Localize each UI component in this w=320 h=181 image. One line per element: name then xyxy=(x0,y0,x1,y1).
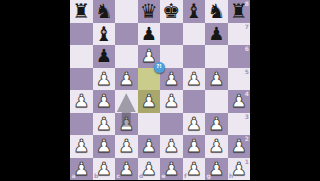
square-b4[interactable]: ♟ xyxy=(93,90,116,113)
black-pawn[interactable]: ♟ xyxy=(96,47,112,65)
square-f7[interactable] xyxy=(183,23,206,46)
square-c4[interactable] xyxy=(115,90,138,113)
black-pawn[interactable]: ♟ xyxy=(208,25,224,43)
white-pawn[interactable]: ♟ xyxy=(163,70,179,88)
black-rook[interactable]: ♜ xyxy=(72,1,90,21)
square-f8[interactable]: ♝ xyxy=(183,0,206,23)
square-f6[interactable] xyxy=(183,45,206,68)
square-e1[interactable]: ♟e xyxy=(160,158,183,181)
white-pawn[interactable]: ♟ xyxy=(73,160,89,178)
white-pawn[interactable]: ♟ xyxy=(231,160,247,178)
white-pawn[interactable]: ♟ xyxy=(163,160,179,178)
white-pawn[interactable]: ♟ xyxy=(73,92,89,110)
square-d2[interactable]: ♟ xyxy=(138,135,161,158)
square-a6[interactable] xyxy=(70,45,93,68)
square-a2[interactable]: ♟ xyxy=(70,135,93,158)
square-h4[interactable]: ♟4 xyxy=(228,90,251,113)
white-pawn[interactable]: ♟ xyxy=(208,115,224,133)
square-b8[interactable]: ♞ xyxy=(93,0,116,23)
square-b2[interactable]: ♟ xyxy=(93,135,116,158)
square-f2[interactable]: ♟ xyxy=(183,135,206,158)
white-pawn[interactable]: ♟ xyxy=(208,137,224,155)
square-g1[interactable]: ♟g xyxy=(205,158,228,181)
coord-rank-3: 3 xyxy=(245,114,249,120)
square-c3[interactable]: ♟ xyxy=(115,113,138,136)
square-h2[interactable]: ♟2 xyxy=(228,135,251,158)
white-pawn[interactable]: ♟ xyxy=(96,70,112,88)
square-a8[interactable]: ♜ xyxy=(70,0,93,23)
square-a5[interactable] xyxy=(70,68,93,91)
black-knight[interactable]: ♞ xyxy=(207,1,225,21)
inaccuracy-badge-label: ?! xyxy=(156,64,162,70)
square-f3[interactable]: ♟ xyxy=(183,113,206,136)
square-g2[interactable]: ♟ xyxy=(205,135,228,158)
square-d3[interactable] xyxy=(138,113,161,136)
black-queen[interactable]: ♛ xyxy=(140,1,158,21)
square-h7[interactable]: 7 xyxy=(228,23,251,46)
inaccuracy-badge: ?! xyxy=(154,62,165,73)
square-b7[interactable]: ♝ xyxy=(93,23,116,46)
square-b5[interactable]: ♟ xyxy=(93,68,116,91)
coord-rank-6: 6 xyxy=(245,46,249,52)
letterbox-left xyxy=(0,0,70,180)
square-c7[interactable] xyxy=(115,23,138,46)
white-pawn[interactable]: ♟ xyxy=(96,92,112,110)
square-d7[interactable]: ♟ xyxy=(138,23,161,46)
square-f1[interactable]: ♟f xyxy=(183,158,206,181)
white-pawn[interactable]: ♟ xyxy=(186,70,202,88)
white-pawn[interactable]: ♟ xyxy=(163,137,179,155)
square-c6[interactable] xyxy=(115,45,138,68)
white-pawn[interactable]: ♟ xyxy=(118,115,134,133)
white-pawn[interactable]: ♟ xyxy=(231,137,247,155)
square-e2[interactable]: ♟ xyxy=(160,135,183,158)
square-e7[interactable] xyxy=(160,23,183,46)
video-frame: ♜♞♛♚♝♞♜8♝♟♟7♟♟6♟♟♟♟♟5♟♟♟♟♟4♟♟♟♟3♟♟♟♟♟♟♟♟… xyxy=(0,0,320,180)
square-h1[interactable]: ♟1h xyxy=(228,158,251,181)
square-h3[interactable]: 3 xyxy=(228,113,251,136)
square-g5[interactable]: ♟ xyxy=(205,68,228,91)
white-pawn[interactable]: ♟ xyxy=(141,47,157,65)
square-b1[interactable]: ♟b xyxy=(93,158,116,181)
square-a3[interactable] xyxy=(70,113,93,136)
white-pawn[interactable]: ♟ xyxy=(208,160,224,178)
square-c2[interactable]: ♟ xyxy=(115,135,138,158)
white-pawn[interactable]: ♟ xyxy=(96,160,112,178)
white-pawn[interactable]: ♟ xyxy=(118,160,134,178)
black-knight[interactable]: ♞ xyxy=(95,1,113,21)
white-pawn[interactable]: ♟ xyxy=(141,137,157,155)
white-pawn[interactable]: ♟ xyxy=(118,70,134,88)
white-pawn[interactable]: ♟ xyxy=(96,137,112,155)
coord-rank-5: 5 xyxy=(245,69,249,75)
white-pawn[interactable]: ♟ xyxy=(96,115,112,133)
white-pawn[interactable]: ♟ xyxy=(141,92,157,110)
square-a1[interactable]: ♟a xyxy=(70,158,93,181)
square-h6[interactable]: 6 xyxy=(228,45,251,68)
white-pawn[interactable]: ♟ xyxy=(231,92,247,110)
square-g3[interactable]: ♟ xyxy=(205,113,228,136)
square-c8[interactable] xyxy=(115,0,138,23)
square-e3[interactable] xyxy=(160,113,183,136)
square-g6[interactable] xyxy=(205,45,228,68)
square-g7[interactable]: ♟ xyxy=(205,23,228,46)
square-b6[interactable]: ♟ xyxy=(93,45,116,68)
white-pawn[interactable]: ♟ xyxy=(141,160,157,178)
white-pawn[interactable]: ♟ xyxy=(73,137,89,155)
chess-board[interactable]: ♜♞♛♚♝♞♜8♝♟♟7♟♟6♟♟♟♟♟5♟♟♟♟♟4♟♟♟♟3♟♟♟♟♟♟♟♟… xyxy=(70,0,250,180)
white-pawn[interactable]: ♟ xyxy=(118,137,134,155)
white-pawn[interactable]: ♟ xyxy=(186,137,202,155)
black-pawn[interactable]: ♟ xyxy=(141,25,157,43)
white-pawn[interactable]: ♟ xyxy=(186,115,202,133)
white-pawn[interactable]: ♟ xyxy=(163,92,179,110)
square-d1[interactable]: ♟d xyxy=(138,158,161,181)
square-d4[interactable]: ♟ xyxy=(138,90,161,113)
square-b3[interactable]: ♟ xyxy=(93,113,116,136)
black-rook[interactable]: ♜ xyxy=(230,1,248,21)
square-e4[interactable]: ♟ xyxy=(160,90,183,113)
square-g8[interactable]: ♞ xyxy=(205,0,228,23)
square-h8[interactable]: ♜8 xyxy=(228,0,251,23)
black-bishop[interactable]: ♝ xyxy=(95,24,113,44)
white-pawn[interactable]: ♟ xyxy=(186,160,202,178)
square-a4[interactable]: ♟ xyxy=(70,90,93,113)
square-f4[interactable] xyxy=(183,90,206,113)
square-e8[interactable]: ♚ xyxy=(160,0,183,23)
white-pawn[interactable]: ♟ xyxy=(208,70,224,88)
coord-rank-7: 7 xyxy=(245,24,249,30)
square-f5[interactable]: ♟ xyxy=(183,68,206,91)
square-c1[interactable]: ♟c xyxy=(115,158,138,181)
letterbox-right xyxy=(250,0,320,180)
square-c5[interactable]: ♟ xyxy=(115,68,138,91)
square-d8[interactable]: ♛ xyxy=(138,0,161,23)
black-king[interactable]: ♚ xyxy=(162,1,180,21)
black-bishop[interactable]: ♝ xyxy=(185,1,203,21)
square-h5[interactable]: 5 xyxy=(228,68,251,91)
square-a7[interactable] xyxy=(70,23,93,46)
square-g4[interactable] xyxy=(205,90,228,113)
